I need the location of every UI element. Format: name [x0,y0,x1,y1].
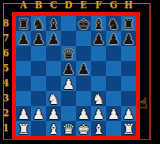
white-king: ♚ [76,121,91,136]
white-pawn: ♟ [16,106,31,121]
black-knight: ♞ [31,16,46,31]
square-c2[interactable]: ♟ [46,106,61,121]
square-g4[interactable] [106,76,121,91]
chess-board: ♜♞♝♚♝♞♜♟♟♟♟♟♟♛♟♟♟♞♞♟♟♟♟♟♟♟♜♝♛♚♝♜ [12,12,140,140]
rank-label-7: 7 [0,31,12,46]
square-h1[interactable]: ♜ [121,121,136,136]
black-rook: ♜ [16,16,31,31]
rank-labels: 8 7 6 5 4 3 2 1 [0,16,12,136]
square-h6[interactable] [121,46,136,61]
rank-label-6: 6 [0,46,12,61]
file-labels: A B C D E F G H [16,0,136,11]
white-pawn: ♟ [91,106,106,121]
rank-label-5: 5 [0,61,12,76]
square-h8[interactable]: ♜ [121,16,136,31]
white-pawn: ♟ [76,106,91,121]
square-b4[interactable] [31,76,46,91]
file-label-f: F [91,0,106,11]
square-g1[interactable] [106,121,121,136]
white-rook: ♜ [121,121,136,136]
square-a3[interactable] [16,91,31,106]
square-b5[interactable] [31,61,46,76]
square-c3[interactable]: ♞ [46,91,61,106]
square-f4[interactable] [91,76,106,91]
square-h5[interactable] [121,61,136,76]
file-label-d: D [61,0,76,11]
rank-label-8: 8 [0,16,12,31]
file-label-c: C [46,0,61,11]
white-bishop: ♝ [46,121,61,136]
square-e6[interactable] [76,46,91,61]
file-label-a: A [16,0,31,11]
square-g5[interactable] [106,61,121,76]
square-b7[interactable]: ♟ [31,31,46,46]
square-e4[interactable] [76,76,91,91]
square-b8[interactable]: ♞ [31,16,46,31]
black-pawn: ♟ [106,31,121,46]
square-a7[interactable]: ♟ [16,31,31,46]
square-c8[interactable]: ♝ [46,16,61,31]
board-grid: ♜♞♝♚♝♞♜♟♟♟♟♟♟♛♟♟♟♞♞♟♟♟♟♟♟♟♜♝♛♚♝♜ [16,16,136,136]
square-e3[interactable] [76,91,91,106]
black-bishop: ♝ [46,16,61,31]
square-e2[interactable]: ♟ [76,106,91,121]
square-f8[interactable]: ♝ [91,16,106,31]
black-pawn: ♟ [76,61,91,76]
black-rook: ♜ [121,16,136,31]
black-pawn: ♟ [16,31,31,46]
file-label-h: H [121,0,136,11]
black-pawn: ♟ [61,61,76,76]
square-d5[interactable]: ♟ [61,61,76,76]
square-g3[interactable] [106,91,121,106]
rank-label-2: 2 [0,106,12,121]
square-d4[interactable]: ♟ [61,76,76,91]
square-h4[interactable] [121,76,136,91]
square-e1[interactable]: ♚ [76,121,91,136]
square-g8[interactable]: ♞ [106,16,121,31]
file-label-g: G [106,0,121,11]
square-f3[interactable]: ♞ [91,91,106,106]
square-d3[interactable] [61,91,76,106]
square-c6[interactable] [46,46,61,61]
square-b1[interactable] [31,121,46,136]
black-bishop: ♝ [91,16,106,31]
file-label-b: B [31,0,46,11]
white-pawn: ♟ [46,106,61,121]
square-g7[interactable]: ♟ [106,31,121,46]
white-knight: ♞ [91,91,106,106]
hand-cursor-icon: ☝ [134,94,151,112]
square-d8[interactable] [61,16,76,31]
square-d1[interactable]: ♛ [61,121,76,136]
white-pawn: ♟ [31,106,46,121]
square-a8[interactable]: ♜ [16,16,31,31]
rank-label-3: 3 [0,91,12,106]
square-b2[interactable]: ♟ [31,106,46,121]
square-g2[interactable]: ♟ [106,106,121,121]
square-a4[interactable] [16,76,31,91]
square-c7[interactable]: ♟ [46,31,61,46]
rank-label-1: 1 [0,121,12,136]
white-queen: ♛ [61,121,76,136]
white-bishop: ♝ [91,121,106,136]
white-pawn: ♟ [61,76,76,91]
square-c1[interactable]: ♝ [46,121,61,136]
square-d7[interactable] [61,31,76,46]
square-f2[interactable]: ♟ [91,106,106,121]
square-e7[interactable] [76,31,91,46]
square-f5[interactable] [91,61,106,76]
black-queen: ♛ [61,46,76,61]
square-d6[interactable]: ♛ [61,46,76,61]
square-c4[interactable] [46,76,61,91]
square-f1[interactable]: ♝ [91,121,106,136]
black-knight: ♞ [106,16,121,31]
white-pawn: ♟ [106,106,121,121]
square-c5[interactable] [46,61,61,76]
black-pawn: ♟ [46,31,61,46]
square-e8[interactable]: ♚ [76,16,91,31]
square-a1[interactable]: ♜ [16,121,31,136]
file-label-e: E [76,0,91,11]
square-a6[interactable] [16,46,31,61]
white-rook: ♜ [16,121,31,136]
square-h7[interactable]: ♟ [121,31,136,46]
black-king: ♚ [76,16,91,31]
black-pawn: ♟ [31,31,46,46]
square-f6[interactable] [91,46,106,61]
square-f7[interactable]: ♟ [91,31,106,46]
game-screen: A B C D E F G H 8 7 6 5 4 3 2 1 ♜♞♝♚♝♞♜♟… [0,0,160,144]
black-pawn: ♟ [91,31,106,46]
square-a2[interactable]: ♟ [16,106,31,121]
square-b3[interactable] [31,91,46,106]
black-pawn: ♟ [121,31,136,46]
square-b6[interactable] [31,46,46,61]
square-g6[interactable] [106,46,121,61]
square-d2[interactable] [61,106,76,121]
square-a5[interactable] [16,61,31,76]
square-e5[interactable]: ♟ [76,61,91,76]
white-knight: ♞ [46,91,61,106]
rank-label-4: 4 [0,76,12,91]
